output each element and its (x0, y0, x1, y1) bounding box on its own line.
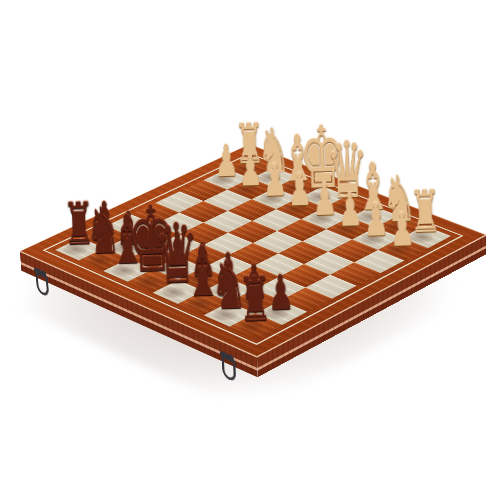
piece-glyph: ♟ (287, 166, 313, 212)
square-a3 (354, 250, 404, 273)
square-b3 (328, 240, 378, 263)
piece-glyph: ♟ (337, 186, 363, 232)
product-photo-stage: ♜♞♝♚♛♝♞♜♟♟♟♟♟♟♟♟♟♟♟♟♟♟♟♟♜♞♝♚♛♝♞♜ (0, 0, 500, 500)
piece-glyph: ♜ (237, 268, 272, 330)
piece-glyph: ♟ (312, 176, 338, 222)
piece-glyph: ♟ (389, 206, 416, 253)
piece-glyph: ♟ (238, 147, 263, 192)
chess-board: ♜♞♝♚♛♝♞♜♟♟♟♟♟♟♟♟♟♟♟♟♟♟♟♟♜♞♝♚♛♝♞♜ (20, 144, 486, 357)
piece-glyph: ♟ (363, 196, 389, 243)
piece-glyph: ♟ (262, 157, 288, 203)
piece-glyph: ♟ (214, 138, 239, 183)
